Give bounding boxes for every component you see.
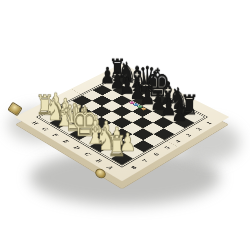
piece-black-pawn: ♟ xyxy=(171,101,188,125)
chess-set-product-photo: ♜♞♝♛♚♝♞♜♟♟♟♟♟♟♟♟♟♟♟♟♟♟♟♟♜♞♝♛♚♝♞♜ HGFEDCB… xyxy=(0,0,250,250)
rank-label-text: 8 xyxy=(129,165,138,170)
rank-label-text: 7 xyxy=(140,158,149,163)
rank-label-text: 1 xyxy=(204,121,213,126)
rank-label-text: 3 xyxy=(184,133,193,138)
piece-white-rook: ♜ xyxy=(107,132,127,161)
rank-label-text: 2 xyxy=(194,127,203,132)
rank-label-text: 4 xyxy=(173,139,182,144)
rank-label-text: 6 xyxy=(151,151,160,156)
rank-label-text: 5 xyxy=(162,145,171,150)
